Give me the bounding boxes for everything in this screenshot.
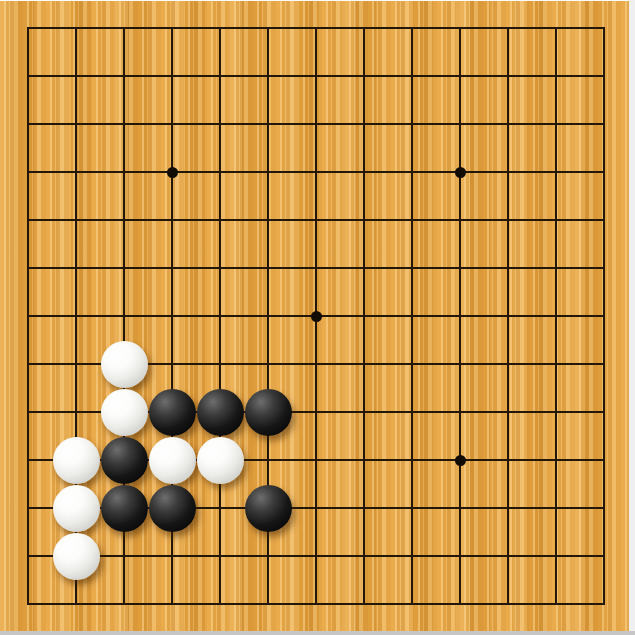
grid-line-vertical <box>459 27 461 605</box>
page-edge-bottom <box>0 631 635 635</box>
star-point <box>455 167 466 178</box>
black-stone[interactable] <box>245 389 292 436</box>
white-stone[interactable] <box>53 485 100 532</box>
page-edge-top <box>0 0 635 1</box>
white-stone[interactable] <box>101 341 148 388</box>
white-stone[interactable] <box>197 437 244 484</box>
go-board[interactable] <box>0 1 630 631</box>
grid-line-vertical <box>555 27 557 605</box>
black-stone[interactable] <box>101 437 148 484</box>
grid-line-vertical <box>507 27 509 605</box>
grid-line-vertical <box>603 27 605 605</box>
grid-line-horizontal <box>27 603 605 605</box>
black-stone[interactable] <box>245 485 292 532</box>
black-stone[interactable] <box>101 485 148 532</box>
white-stone[interactable] <box>53 437 100 484</box>
grid-line-horizontal <box>27 555 605 557</box>
black-stone[interactable] <box>149 485 196 532</box>
white-stone[interactable] <box>149 437 196 484</box>
page-edge-right <box>629 0 635 631</box>
grid-line-vertical <box>363 27 365 605</box>
black-stone[interactable] <box>149 389 196 436</box>
star-point <box>311 311 322 322</box>
star-point <box>455 455 466 466</box>
screenshot-root <box>0 0 635 635</box>
white-stone[interactable] <box>53 533 100 580</box>
white-stone[interactable] <box>101 389 148 436</box>
star-point <box>167 167 178 178</box>
black-stone[interactable] <box>197 389 244 436</box>
grid-line-vertical <box>411 27 413 605</box>
